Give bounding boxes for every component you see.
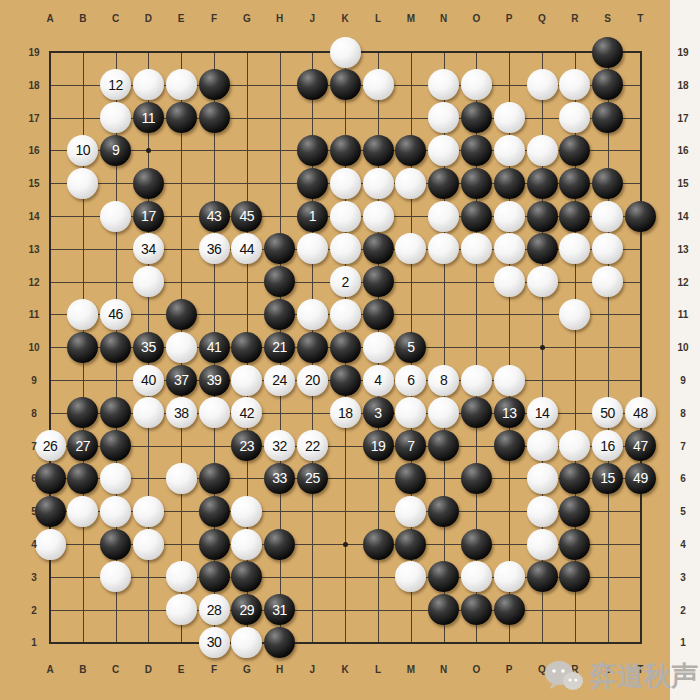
col-label-top-E: E (178, 13, 185, 24)
stone-Q16 (527, 135, 558, 166)
move-number: 16 (600, 439, 615, 453)
stone-P9 (494, 365, 525, 396)
stone-C5 (100, 496, 131, 527)
row-label-left-1: 1 (31, 637, 37, 648)
stone-F8 (199, 397, 230, 428)
col-label-top-J: J (310, 13, 316, 24)
stone-K18 (330, 69, 361, 100)
stone-R4 (559, 529, 590, 560)
stone-D4 (133, 529, 164, 560)
stone-F9-move-39: 39 (199, 365, 230, 396)
stone-E18 (166, 69, 197, 100)
stone-R6 (559, 463, 590, 494)
row-label-right-9: 9 (680, 375, 686, 386)
stone-O18 (461, 69, 492, 100)
stone-F2-move-28: 28 (199, 594, 230, 625)
stone-K15 (330, 168, 361, 199)
stone-S15 (592, 168, 623, 199)
row-label-right-15: 15 (677, 178, 688, 189)
col-label-top-L: L (375, 13, 381, 24)
stone-H11 (264, 299, 295, 330)
stone-Q12 (527, 266, 558, 297)
move-number: 26 (43, 439, 58, 453)
stone-P14 (494, 201, 525, 232)
stone-C10 (100, 332, 131, 363)
col-label-bottom-E: E (178, 664, 185, 675)
stone-K13 (330, 233, 361, 264)
col-label-top-K: K (342, 13, 349, 24)
row-label-left-8: 8 (31, 407, 37, 418)
row-label-right-6: 6 (680, 473, 686, 484)
stone-B11 (67, 299, 98, 330)
col-label-top-G: G (243, 13, 251, 24)
move-number: 2 (342, 275, 349, 289)
stone-Q18 (527, 69, 558, 100)
stone-C16-move-9: 9 (100, 135, 131, 166)
stone-A6 (35, 463, 66, 494)
move-number: 35 (141, 340, 156, 354)
stone-H9-move-24: 24 (264, 365, 295, 396)
stone-E8-move-38: 38 (166, 397, 197, 428)
row-label-left-4: 4 (31, 539, 37, 550)
stone-Q15 (527, 168, 558, 199)
stone-O9 (461, 365, 492, 396)
move-number: 20 (305, 373, 320, 387)
stone-D9-move-40: 40 (133, 365, 164, 396)
stone-C11-move-46: 46 (100, 299, 131, 330)
stone-D18 (133, 69, 164, 100)
stone-H7-move-32: 32 (264, 430, 295, 461)
col-label-bottom-F: F (211, 664, 217, 675)
col-label-bottom-H: H (276, 664, 283, 675)
stone-F18 (199, 69, 230, 100)
move-number: 36 (207, 242, 222, 256)
stone-G9 (231, 365, 262, 396)
stone-J6-move-25: 25 (297, 463, 328, 494)
row-label-left-18: 18 (28, 79, 39, 90)
stone-R15 (559, 168, 590, 199)
row-label-left-6: 6 (31, 473, 37, 484)
col-label-top-B: B (79, 13, 86, 24)
move-number: 14 (535, 406, 550, 420)
stone-J11 (297, 299, 328, 330)
stone-M5 (395, 496, 426, 527)
col-label-top-H: H (276, 13, 283, 24)
stone-P13 (494, 233, 525, 264)
stone-F4 (199, 529, 230, 560)
stone-D10-move-35: 35 (133, 332, 164, 363)
col-label-bottom-G: G (243, 664, 251, 675)
move-number: 29 (240, 603, 255, 617)
stone-J14-move-1: 1 (297, 201, 328, 232)
stone-P3 (494, 561, 525, 592)
stone-C6 (100, 463, 131, 494)
stone-L15 (363, 168, 394, 199)
col-label-bottom-J: J (310, 664, 316, 675)
col-label-top-N: N (440, 13, 447, 24)
stone-G1 (231, 627, 262, 658)
stone-D14-move-17: 17 (133, 201, 164, 232)
stone-L11 (363, 299, 394, 330)
stone-Q7 (527, 430, 558, 461)
col-label-bottom-K: K (342, 664, 349, 675)
row-label-left-13: 13 (28, 243, 39, 254)
row-label-right-12: 12 (677, 276, 688, 287)
stone-N14 (428, 201, 459, 232)
stone-H10-move-21: 21 (264, 332, 295, 363)
row-label-left-12: 12 (28, 276, 39, 287)
row-label-left-2: 2 (31, 604, 37, 615)
move-number: 44 (240, 242, 255, 256)
stone-O15 (461, 168, 492, 199)
stone-F17 (199, 102, 230, 133)
row-label-right-11: 11 (678, 309, 689, 320)
stone-P2 (494, 594, 525, 625)
col-label-top-T: T (637, 13, 643, 24)
col-label-bottom-O: O (473, 664, 481, 675)
stone-T7-move-47: 47 (625, 430, 656, 461)
stone-T14 (625, 201, 656, 232)
stone-K9 (330, 365, 361, 396)
stone-B16-move-10: 10 (67, 135, 98, 166)
stone-M15 (395, 168, 426, 199)
stone-K8-move-18: 18 (330, 397, 361, 428)
stone-G14-move-45: 45 (231, 201, 262, 232)
move-number: 27 (76, 439, 91, 453)
stone-L18 (363, 69, 394, 100)
stone-K16 (330, 135, 361, 166)
stone-E10 (166, 332, 197, 363)
stone-J16 (297, 135, 328, 166)
stone-P7 (494, 430, 525, 461)
stone-N7 (428, 430, 459, 461)
stone-S6-move-15: 15 (592, 463, 623, 494)
stone-F5 (199, 496, 230, 527)
stone-M10-move-5: 5 (395, 332, 426, 363)
wechat-chat-icon (544, 659, 584, 693)
stone-E3 (166, 561, 197, 592)
stone-H2-move-31: 31 (264, 594, 295, 625)
stone-J7-move-22: 22 (297, 430, 328, 461)
move-number: 32 (272, 439, 287, 453)
stone-J9-move-20: 20 (297, 365, 328, 396)
move-number: 5 (407, 340, 414, 354)
watermark-text: 弈道秋声 (590, 658, 698, 694)
move-number: 40 (141, 373, 156, 387)
stone-F14-move-43: 43 (199, 201, 230, 232)
col-label-bottom-L: L (375, 664, 381, 675)
move-number: 18 (338, 406, 353, 420)
col-label-bottom-C: C (112, 664, 119, 675)
stone-P17 (494, 102, 525, 133)
col-label-bottom-M: M (407, 664, 415, 675)
move-number: 45 (240, 209, 255, 223)
stone-L13 (363, 233, 394, 264)
row-label-right-14: 14 (677, 211, 688, 222)
stone-L10 (363, 332, 394, 363)
stone-G10 (231, 332, 262, 363)
stone-N16 (428, 135, 459, 166)
col-label-bottom-A: A (46, 664, 53, 675)
stone-M4 (395, 529, 426, 560)
move-number: 19 (371, 439, 386, 453)
col-label-top-M: M (407, 13, 415, 24)
move-number: 38 (174, 406, 189, 420)
row-label-right-3: 3 (680, 571, 686, 582)
stone-G4 (231, 529, 262, 560)
move-number: 12 (108, 78, 123, 92)
stone-A5 (35, 496, 66, 527)
move-number: 4 (374, 373, 381, 387)
stone-D15 (133, 168, 164, 199)
stone-P8-move-13: 13 (494, 397, 525, 428)
stone-O6 (461, 463, 492, 494)
stone-B5 (67, 496, 98, 527)
move-number: 15 (600, 471, 615, 485)
move-number: 25 (305, 471, 320, 485)
stone-J13 (297, 233, 328, 264)
move-number: 7 (407, 439, 414, 453)
move-number: 50 (600, 406, 615, 420)
move-number: 34 (141, 242, 156, 256)
stone-H4 (264, 529, 295, 560)
move-number: 22 (305, 439, 320, 453)
stone-B6 (67, 463, 98, 494)
stone-Q8-move-14: 14 (527, 397, 558, 428)
col-label-top-S: S (604, 13, 611, 24)
stone-L7-move-19: 19 (363, 430, 394, 461)
col-label-bottom-B: B (79, 664, 86, 675)
stone-R14 (559, 201, 590, 232)
row-label-left-19: 19 (28, 47, 39, 58)
stone-T8-move-48: 48 (625, 397, 656, 428)
row-label-right-17: 17 (677, 112, 688, 123)
move-number: 17 (141, 209, 156, 223)
move-number: 42 (240, 406, 255, 420)
stone-D13-move-34: 34 (133, 233, 164, 264)
stone-Q13 (527, 233, 558, 264)
stone-D8 (133, 397, 164, 428)
stone-N17 (428, 102, 459, 133)
move-number: 1 (309, 209, 316, 223)
row-label-left-17: 17 (28, 112, 39, 123)
stone-E17 (166, 102, 197, 133)
stone-M16 (395, 135, 426, 166)
stone-K12-move-2: 2 (330, 266, 361, 297)
stone-A4 (35, 529, 66, 560)
row-label-right-13: 13 (677, 243, 688, 254)
col-label-top-P: P (506, 13, 513, 24)
stone-Q5 (527, 496, 558, 527)
star-point-K4 (343, 542, 348, 547)
stone-A7-move-26: 26 (35, 430, 66, 461)
move-number: 23 (240, 439, 255, 453)
move-number: 9 (112, 143, 119, 157)
stone-B15 (67, 168, 98, 199)
stone-H12 (264, 266, 295, 297)
row-label-right-7: 7 (680, 440, 686, 451)
star-point-D16 (146, 148, 151, 153)
stone-E2 (166, 594, 197, 625)
move-number: 41 (207, 340, 222, 354)
row-label-right-1: 1 (680, 637, 686, 648)
move-number: 24 (272, 373, 287, 387)
row-label-left-16: 16 (28, 145, 39, 156)
row-label-right-19: 19 (677, 47, 688, 58)
move-number: 21 (272, 340, 287, 354)
stone-E6 (166, 463, 197, 494)
stone-O2 (461, 594, 492, 625)
stone-D17-move-11: 11 (133, 102, 164, 133)
row-label-left-9: 9 (31, 375, 37, 386)
row-label-right-2: 2 (680, 604, 686, 615)
stone-O8 (461, 397, 492, 428)
stone-M9-move-6: 6 (395, 365, 426, 396)
stone-P15 (494, 168, 525, 199)
move-number: 39 (207, 373, 222, 387)
stone-L14 (363, 201, 394, 232)
stone-Q3 (527, 561, 558, 592)
stone-F3 (199, 561, 230, 592)
row-label-left-10: 10 (28, 342, 39, 353)
stone-N2 (428, 594, 459, 625)
col-label-bottom-D: D (145, 664, 152, 675)
stone-O4 (461, 529, 492, 560)
col-label-top-O: O (473, 13, 481, 24)
stone-R16 (559, 135, 590, 166)
stone-F13-move-36: 36 (199, 233, 230, 264)
stone-E11 (166, 299, 197, 330)
move-number: 43 (207, 209, 222, 223)
stone-S14 (592, 201, 623, 232)
stone-K19 (330, 37, 361, 68)
row-label-left-11: 11 (29, 309, 40, 320)
move-number: 6 (407, 373, 414, 387)
stone-O13 (461, 233, 492, 264)
stone-H6-move-33: 33 (264, 463, 295, 494)
stone-N5 (428, 496, 459, 527)
stone-Q6 (527, 463, 558, 494)
stone-S17 (592, 102, 623, 133)
stone-C7 (100, 430, 131, 461)
stone-Q14 (527, 201, 558, 232)
col-label-top-Q: Q (538, 13, 546, 24)
stone-L12 (363, 266, 394, 297)
stone-T6-move-49: 49 (625, 463, 656, 494)
stone-N15 (428, 168, 459, 199)
stone-C14 (100, 201, 131, 232)
stone-P12 (494, 266, 525, 297)
stone-L8-move-3: 3 (363, 397, 394, 428)
move-number: 8 (440, 373, 447, 387)
col-label-top-F: F (211, 13, 217, 24)
col-label-top-D: D (145, 13, 152, 24)
stone-S12 (592, 266, 623, 297)
stone-R5 (559, 496, 590, 527)
stone-K14 (330, 201, 361, 232)
stone-Q4 (527, 529, 558, 560)
stone-C17 (100, 102, 131, 133)
stone-M6 (395, 463, 426, 494)
move-number: 49 (633, 471, 648, 485)
stone-K11 (330, 299, 361, 330)
move-number: 28 (207, 603, 222, 617)
stone-R11 (559, 299, 590, 330)
stone-J10 (297, 332, 328, 363)
stone-D5 (133, 496, 164, 527)
row-label-left-15: 15 (28, 178, 39, 189)
move-number: 37 (174, 373, 189, 387)
stone-H1 (264, 627, 295, 658)
move-number: 47 (633, 439, 648, 453)
col-label-top-A: A (46, 13, 53, 24)
stone-F10-move-41: 41 (199, 332, 230, 363)
move-number: 11 (142, 111, 156, 125)
row-label-right-10: 10 (677, 342, 688, 353)
row-label-left-14: 14 (28, 211, 39, 222)
stone-O14 (461, 201, 492, 232)
star-point-Q10 (540, 345, 545, 350)
move-number: 30 (207, 635, 222, 649)
stone-O17 (461, 102, 492, 133)
stone-P16 (494, 135, 525, 166)
stone-J15 (297, 168, 328, 199)
move-number: 48 (633, 406, 648, 420)
col-label-bottom-P: P (506, 664, 513, 675)
stone-C4 (100, 529, 131, 560)
row-label-left-3: 3 (31, 571, 37, 582)
row-label-left-7: 7 (31, 440, 37, 451)
stone-K10 (330, 332, 361, 363)
stone-D12 (133, 266, 164, 297)
move-number: 3 (374, 406, 381, 420)
stone-E9-move-37: 37 (166, 365, 197, 396)
stone-O16 (461, 135, 492, 166)
row-label-right-18: 18 (677, 79, 688, 90)
col-label-bottom-N: N (440, 664, 447, 675)
row-label-right-4: 4 (680, 539, 686, 550)
stone-F6 (199, 463, 230, 494)
go-board-diagram: AABBCCDDEEFFGGHHJJKKLLMMNNOOPPQQRRSSTT19… (0, 0, 700, 700)
row-label-left-5: 5 (31, 506, 37, 517)
row-label-right-5: 5 (680, 506, 686, 517)
stone-O3 (461, 561, 492, 592)
stone-B10 (67, 332, 98, 363)
move-number: 33 (272, 471, 287, 485)
move-number: 31 (272, 603, 287, 617)
stone-L4 (363, 529, 394, 560)
col-label-top-R: R (571, 13, 578, 24)
watermark: 弈道秋声 (544, 658, 698, 694)
move-number: 10 (76, 143, 91, 157)
move-number: 46 (108, 307, 123, 321)
stone-N9-move-8: 8 (428, 365, 459, 396)
stone-F1-move-30: 30 (199, 627, 230, 658)
stone-G5 (231, 496, 262, 527)
col-label-top-C: C (112, 13, 119, 24)
stone-J18 (297, 69, 328, 100)
row-label-right-8: 8 (680, 407, 686, 418)
stone-L16 (363, 135, 394, 166)
stone-S19 (592, 37, 623, 68)
stone-S7-move-16: 16 (592, 430, 623, 461)
row-label-right-16: 16 (677, 145, 688, 156)
stone-L9-move-4: 4 (363, 365, 394, 396)
move-number: 13 (502, 406, 517, 420)
